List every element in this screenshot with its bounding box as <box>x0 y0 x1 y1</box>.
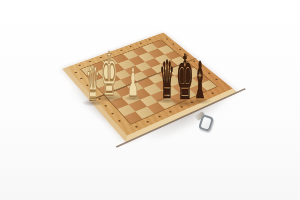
product-photo-stage: ♛♚♟♛♚♝ <box>0 0 300 200</box>
